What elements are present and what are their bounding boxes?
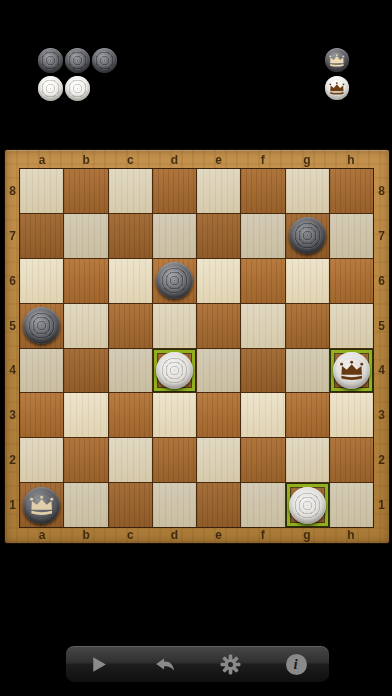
square-b5[interactable]: [64, 304, 107, 348]
captured-tray-black-men: [38, 48, 117, 73]
piece-black-man-g7[interactable]: [289, 217, 326, 254]
tray-black-man: [38, 48, 63, 73]
square-f5[interactable]: [241, 304, 284, 348]
rank-label-right-5: 5: [374, 303, 389, 348]
square-g7[interactable]: [286, 214, 329, 258]
rank-label-right-3: 3: [374, 393, 389, 438]
tray-white-man: [65, 76, 90, 101]
piece-black-man-d6[interactable]: [156, 262, 193, 299]
square-a7[interactable]: [20, 214, 63, 258]
square-b2[interactable]: [64, 438, 107, 482]
square-g8[interactable]: [286, 169, 329, 213]
kings-tray: [325, 48, 349, 100]
square-e2[interactable]: [197, 438, 240, 482]
captured-tray-white-men: [38, 76, 90, 101]
square-c3[interactable]: [109, 393, 152, 437]
tray-black-king: [325, 48, 349, 72]
square-e7[interactable]: [197, 214, 240, 258]
play-button[interactable]: [66, 646, 132, 682]
rank-label-right-1: 1: [374, 482, 389, 527]
square-d1[interactable]: [153, 483, 196, 527]
crown-icon: [338, 359, 365, 382]
rank-label-left-5: 5: [5, 303, 20, 348]
square-d5[interactable]: [153, 304, 196, 348]
square-a5[interactable]: [20, 304, 63, 348]
square-c5[interactable]: [109, 304, 152, 348]
square-c2[interactable]: [109, 438, 152, 482]
square-g6[interactable]: [286, 259, 329, 303]
undo-button[interactable]: [132, 646, 198, 682]
square-h4[interactable]: [330, 349, 373, 393]
bottom-toolbar: i: [65, 645, 330, 683]
square-a3[interactable]: [20, 393, 63, 437]
rank-label-left-8: 8: [5, 169, 20, 214]
square-g5[interactable]: [286, 304, 329, 348]
square-f1[interactable]: [241, 483, 284, 527]
square-a2[interactable]: [20, 438, 63, 482]
file-label-top-e: e: [197, 152, 241, 167]
piece-black-man-a5[interactable]: [23, 307, 60, 344]
file-label-bottom-h: h: [329, 527, 373, 542]
square-d3[interactable]: [153, 393, 196, 437]
file-label-bottom-d: d: [152, 527, 196, 542]
gear-icon: [220, 654, 241, 675]
square-h7[interactable]: [330, 214, 373, 258]
crown-icon: [328, 53, 346, 68]
file-label-top-h: h: [329, 152, 373, 167]
rank-label-right-4: 4: [374, 348, 389, 393]
square-f4[interactable]: [241, 349, 284, 393]
file-label-bottom-e: e: [197, 527, 241, 542]
square-d8[interactable]: [153, 169, 196, 213]
tray-white-man: [38, 76, 63, 101]
square-d4[interactable]: [153, 349, 196, 393]
square-e5[interactable]: [197, 304, 240, 348]
info-glyph: i: [294, 657, 298, 672]
file-label-top-g: g: [285, 152, 329, 167]
square-b4[interactable]: [64, 349, 107, 393]
file-label-top-b: b: [64, 152, 108, 167]
rank-label-left-7: 7: [5, 214, 20, 259]
square-c4[interactable]: [109, 349, 152, 393]
rank-label-right-8: 8: [374, 169, 389, 214]
square-a1[interactable]: [20, 483, 63, 527]
rank-label-left-4: 4: [5, 348, 20, 393]
square-b6[interactable]: [64, 259, 107, 303]
square-b8[interactable]: [64, 169, 107, 213]
square-e3[interactable]: [197, 393, 240, 437]
settings-button[interactable]: [198, 646, 264, 682]
square-d2[interactable]: [153, 438, 196, 482]
square-a8[interactable]: [20, 169, 63, 213]
square-h5[interactable]: [330, 304, 373, 348]
square-f8[interactable]: [241, 169, 284, 213]
undo-icon: [153, 654, 177, 675]
file-label-top-f: f: [241, 152, 285, 167]
square-f2[interactable]: [241, 438, 284, 482]
square-c7[interactable]: [109, 214, 152, 258]
square-h2[interactable]: [330, 438, 373, 482]
piece-black-king-a1[interactable]: [23, 487, 60, 524]
square-g3[interactable]: [286, 393, 329, 437]
square-e4[interactable]: [197, 349, 240, 393]
board-playing-area: [20, 169, 373, 527]
square-e1[interactable]: [197, 483, 240, 527]
piece-white-king-h4[interactable]: [333, 352, 370, 389]
tray-white-king: [325, 76, 349, 100]
square-h1[interactable]: [330, 483, 373, 527]
square-c8[interactable]: [109, 169, 152, 213]
checkers-app: aabbccddeeffgghh8877665544332211: [0, 0, 392, 696]
rank-label-right-2: 2: [374, 438, 389, 483]
square-h8[interactable]: [330, 169, 373, 213]
square-f6[interactable]: [241, 259, 284, 303]
square-g2[interactable]: [286, 438, 329, 482]
file-label-top-c: c: [108, 152, 152, 167]
checkers-board: aabbccddeeffgghh8877665544332211: [4, 149, 390, 544]
square-e8[interactable]: [197, 169, 240, 213]
square-b7[interactable]: [64, 214, 107, 258]
square-e6[interactable]: [197, 259, 240, 303]
square-d6[interactable]: [153, 259, 196, 303]
tray-black-man: [92, 48, 117, 73]
file-label-bottom-c: c: [108, 527, 152, 542]
square-h3[interactable]: [330, 393, 373, 437]
square-f3[interactable]: [241, 393, 284, 437]
piece-white-man-g1[interactable]: [289, 487, 326, 524]
rank-label-left-1: 1: [5, 482, 20, 527]
file-label-bottom-b: b: [64, 527, 108, 542]
rank-label-right-6: 6: [374, 259, 389, 304]
square-a6[interactable]: [20, 259, 63, 303]
crown-icon: [328, 81, 346, 96]
square-b3[interactable]: [64, 393, 107, 437]
info-button[interactable]: i: [263, 646, 329, 682]
square-h6[interactable]: [330, 259, 373, 303]
rank-label-left-2: 2: [5, 438, 20, 483]
rank-label-left-3: 3: [5, 393, 20, 438]
square-c6[interactable]: [109, 259, 152, 303]
crown-icon: [28, 494, 55, 517]
rank-label-right-7: 7: [374, 214, 389, 259]
square-g4[interactable]: [286, 349, 329, 393]
square-f7[interactable]: [241, 214, 284, 258]
file-label-bottom-f: f: [241, 527, 285, 542]
square-d7[interactable]: [153, 214, 196, 258]
square-b1[interactable]: [64, 483, 107, 527]
file-label-top-a: a: [20, 152, 64, 167]
file-label-top-d: d: [152, 152, 196, 167]
square-a4[interactable]: [20, 349, 63, 393]
square-c1[interactable]: [109, 483, 152, 527]
piece-white-man-d4[interactable]: [156, 352, 193, 389]
file-label-bottom-g: g: [285, 527, 329, 542]
tray-black-man: [65, 48, 90, 73]
square-g1[interactable]: [286, 483, 329, 527]
info-icon: i: [286, 654, 307, 675]
play-icon: [89, 655, 108, 674]
file-label-bottom-a: a: [20, 527, 64, 542]
rank-label-left-6: 6: [5, 259, 20, 304]
